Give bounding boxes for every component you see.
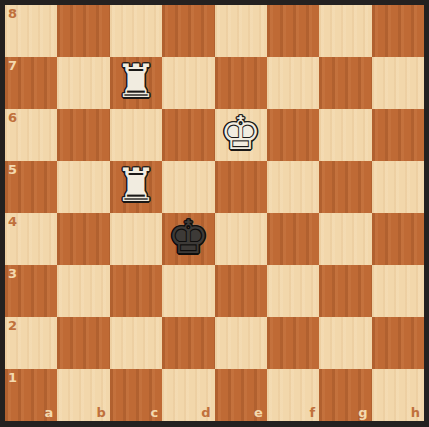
square-h2[interactable] [372,317,424,369]
square-a8[interactable]: 8 [5,5,57,57]
rank-label-5: 5 [8,163,17,176]
file-label-d: d [201,406,210,419]
square-h5[interactable] [372,161,424,213]
rank-label-2: 2 [8,319,17,332]
square-c7[interactable]: ♜ [110,57,162,109]
file-label-a: a [45,406,54,419]
square-f2[interactable] [267,317,319,369]
rank-label-1: 1 [8,371,17,384]
square-d4[interactable]: ♚ [162,213,214,265]
square-a7[interactable]: 7 [5,57,57,109]
square-d7[interactable] [162,57,214,109]
square-g2[interactable] [319,317,371,369]
square-e1[interactable]: e [215,369,267,421]
square-b2[interactable] [57,317,109,369]
square-f4[interactable] [267,213,319,265]
file-label-g: g [358,406,367,419]
file-label-f: f [310,406,316,419]
square-g1[interactable]: g [319,369,371,421]
square-c6[interactable] [110,109,162,161]
square-h7[interactable] [372,57,424,109]
square-e7[interactable] [215,57,267,109]
square-b3[interactable] [57,265,109,317]
square-c8[interactable] [110,5,162,57]
square-g6[interactable] [319,109,371,161]
square-a4[interactable]: 4 [5,213,57,265]
square-c1[interactable]: c [110,369,162,421]
square-g4[interactable] [319,213,371,265]
square-c4[interactable] [110,213,162,265]
square-h1[interactable]: h [372,369,424,421]
square-f8[interactable] [267,5,319,57]
square-a5[interactable]: 5 [5,161,57,213]
chess-board: 87♜6♚5♜4♚321abcdefgh [5,5,424,421]
square-b5[interactable] [57,161,109,213]
square-b7[interactable] [57,57,109,109]
square-a2[interactable]: 2 [5,317,57,369]
square-f5[interactable] [267,161,319,213]
square-e4[interactable] [215,213,267,265]
square-c5[interactable]: ♜ [110,161,162,213]
file-label-c: c [150,406,158,419]
square-f1[interactable]: f [267,369,319,421]
square-b1[interactable]: b [57,369,109,421]
square-f7[interactable] [267,57,319,109]
square-d1[interactable]: d [162,369,214,421]
square-g8[interactable] [319,5,371,57]
square-d3[interactable] [162,265,214,317]
square-a1[interactable]: 1a [5,369,57,421]
white-rook-c5[interactable]: ♜ [115,162,156,208]
square-a3[interactable]: 3 [5,265,57,317]
square-b8[interactable] [57,5,109,57]
square-h8[interactable] [372,5,424,57]
square-f6[interactable] [267,109,319,161]
square-g5[interactable] [319,161,371,213]
square-e6[interactable]: ♚ [215,109,267,161]
square-b6[interactable] [57,109,109,161]
rank-label-6: 6 [8,111,17,124]
square-d8[interactable] [162,5,214,57]
square-b4[interactable] [57,213,109,265]
square-e3[interactable] [215,265,267,317]
square-e8[interactable] [215,5,267,57]
file-label-e: e [254,406,263,419]
square-d6[interactable] [162,109,214,161]
square-c3[interactable] [110,265,162,317]
square-e2[interactable] [215,317,267,369]
square-h6[interactable] [372,109,424,161]
white-king-e6[interactable]: ♚ [220,110,261,156]
square-g7[interactable] [319,57,371,109]
square-c2[interactable] [110,317,162,369]
rank-label-3: 3 [8,267,17,280]
chess-board-frame: 87♜6♚5♜4♚321abcdefgh [0,0,429,427]
square-e5[interactable] [215,161,267,213]
rank-label-7: 7 [8,59,17,72]
square-g3[interactable] [319,265,371,317]
square-a6[interactable]: 6 [5,109,57,161]
square-d5[interactable] [162,161,214,213]
black-king-d4[interactable]: ♚ [168,214,209,260]
file-label-h: h [411,406,420,419]
square-f3[interactable] [267,265,319,317]
square-h3[interactable] [372,265,424,317]
file-label-b: b [96,406,105,419]
square-d2[interactable] [162,317,214,369]
rank-label-8: 8 [8,7,17,20]
square-h4[interactable] [372,213,424,265]
rank-label-4: 4 [8,215,17,228]
white-rook-c7[interactable]: ♜ [115,58,156,104]
